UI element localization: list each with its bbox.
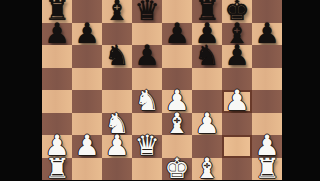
square-e2[interactable] <box>162 135 192 158</box>
black-rook: ♜ <box>194 0 219 25</box>
square-a8[interactable]: ♜ <box>42 0 72 23</box>
white-king: ♚ <box>164 155 189 180</box>
white-bishop: ♝ <box>194 155 219 180</box>
square-c4[interactable] <box>102 90 132 113</box>
square-f2[interactable] <box>192 135 222 158</box>
square-f8[interactable]: ♜ <box>192 0 222 23</box>
square-g5[interactable] <box>222 68 252 91</box>
square-f4[interactable] <box>192 90 222 113</box>
chess-board: ♜♝♛♜♚♟♟♟♟♝♟♞♟♞♟♞♟♟♞♝♟♟♟♟♛♟♜♚♝♜ <box>42 0 282 180</box>
square-f7[interactable]: ♟ <box>192 23 222 46</box>
square-c2[interactable]: ♟ <box>102 135 132 158</box>
white-knight: ♞ <box>104 110 129 138</box>
white-bishop: ♝ <box>164 110 189 138</box>
square-d6[interactable]: ♟ <box>132 45 162 68</box>
white-rook: ♜ <box>254 155 279 180</box>
white-pawn: ♟ <box>254 132 279 160</box>
square-d3[interactable] <box>132 113 162 136</box>
black-king: ♚ <box>224 0 249 25</box>
square-h7[interactable]: ♟ <box>252 23 282 46</box>
white-pawn: ♟ <box>224 87 249 115</box>
square-c5[interactable] <box>102 68 132 91</box>
black-pawn: ♟ <box>74 20 99 48</box>
square-h1[interactable]: ♜ <box>252 158 282 181</box>
square-g8[interactable]: ♚ <box>222 0 252 23</box>
letterbox-right-bar <box>282 0 320 180</box>
square-b5[interactable] <box>72 68 102 91</box>
square-c6[interactable]: ♞ <box>102 45 132 68</box>
square-f5[interactable] <box>192 68 222 91</box>
square-g6[interactable]: ♟ <box>222 45 252 68</box>
square-h2[interactable]: ♟ <box>252 135 282 158</box>
black-pawn: ♟ <box>254 20 279 48</box>
square-d7[interactable] <box>132 23 162 46</box>
square-e6[interactable] <box>162 45 192 68</box>
square-h3[interactable] <box>252 113 282 136</box>
square-d4[interactable]: ♞ <box>132 90 162 113</box>
white-pawn: ♟ <box>194 110 219 138</box>
square-a2[interactable]: ♟ <box>42 135 72 158</box>
black-pawn: ♟ <box>134 42 159 70</box>
square-g1[interactable] <box>222 158 252 181</box>
white-rook: ♜ <box>44 155 69 180</box>
square-b4[interactable] <box>72 90 102 113</box>
square-e7[interactable]: ♟ <box>162 23 192 46</box>
white-pawn: ♟ <box>104 132 129 160</box>
white-pawn: ♟ <box>44 132 69 160</box>
square-c3[interactable]: ♞ <box>102 113 132 136</box>
square-g7[interactable]: ♝ <box>222 23 252 46</box>
square-a3[interactable] <box>42 113 72 136</box>
square-f3[interactable]: ♟ <box>192 113 222 136</box>
square-a1[interactable]: ♜ <box>42 158 72 181</box>
square-c8[interactable]: ♝ <box>102 0 132 23</box>
square-b2[interactable]: ♟ <box>72 135 102 158</box>
black-pawn: ♟ <box>164 20 189 48</box>
square-e4[interactable]: ♟ <box>162 90 192 113</box>
square-e8[interactable] <box>162 0 192 23</box>
square-c7[interactable] <box>102 23 132 46</box>
square-h8[interactable] <box>252 0 282 23</box>
black-knight: ♞ <box>194 42 219 70</box>
square-a6[interactable] <box>42 45 72 68</box>
square-g2[interactable] <box>222 135 252 158</box>
white-pawn: ♟ <box>74 132 99 160</box>
black-rook: ♜ <box>44 0 69 25</box>
black-queen: ♛ <box>134 0 159 25</box>
black-bishop: ♝ <box>224 20 249 48</box>
square-b7[interactable]: ♟ <box>72 23 102 46</box>
square-e5[interactable] <box>162 68 192 91</box>
square-d8[interactable]: ♛ <box>132 0 162 23</box>
square-e1[interactable]: ♚ <box>162 158 192 181</box>
black-pawn: ♟ <box>44 20 69 48</box>
black-knight: ♞ <box>104 42 129 70</box>
square-f1[interactable]: ♝ <box>192 158 222 181</box>
square-e3[interactable]: ♝ <box>162 113 192 136</box>
square-b1[interactable] <box>72 158 102 181</box>
square-h5[interactable] <box>252 68 282 91</box>
square-b6[interactable] <box>72 45 102 68</box>
square-d1[interactable] <box>132 158 162 181</box>
black-pawn: ♟ <box>194 20 219 48</box>
square-g3[interactable] <box>222 113 252 136</box>
square-g4[interactable]: ♟ <box>222 90 252 113</box>
letterbox-left-bar <box>0 0 42 180</box>
square-b8[interactable] <box>72 0 102 23</box>
video-frame: ♜♝♛♜♚♟♟♟♟♝♟♞♟♞♟♞♟♟♞♝♟♟♟♟♛♟♜♚♝♜ <box>0 0 320 180</box>
white-pawn: ♟ <box>164 87 189 115</box>
square-h6[interactable] <box>252 45 282 68</box>
square-a7[interactable]: ♟ <box>42 23 72 46</box>
square-c1[interactable] <box>102 158 132 181</box>
square-d2[interactable]: ♛ <box>132 135 162 158</box>
square-f6[interactable]: ♞ <box>192 45 222 68</box>
square-a4[interactable] <box>42 90 72 113</box>
square-b3[interactable] <box>72 113 102 136</box>
square-h4[interactable] <box>252 90 282 113</box>
square-d5[interactable] <box>132 68 162 91</box>
square-a5[interactable] <box>42 68 72 91</box>
black-pawn: ♟ <box>224 42 249 70</box>
white-knight: ♞ <box>134 87 159 115</box>
white-queen: ♛ <box>134 132 159 160</box>
black-bishop: ♝ <box>104 0 129 25</box>
